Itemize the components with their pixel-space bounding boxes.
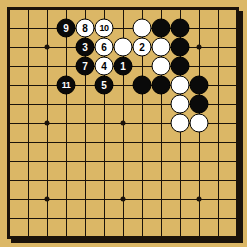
move-number-label: 2	[139, 42, 145, 52]
stone-black[interactable]	[171, 38, 190, 57]
star-point	[197, 45, 202, 50]
stone-white[interactable]	[152, 38, 171, 57]
stone-white-move-2[interactable]: 2	[133, 38, 152, 57]
stone-white[interactable]	[133, 19, 152, 38]
stone-black[interactable]	[171, 57, 190, 76]
stone-black-move-11[interactable]: 11	[57, 76, 76, 95]
stone-white[interactable]	[152, 57, 171, 76]
stone-white[interactable]	[190, 114, 209, 133]
stone-black[interactable]	[133, 76, 152, 95]
stone-white-move-10[interactable]: 10	[95, 19, 114, 38]
stone-white[interactable]	[171, 95, 190, 114]
board-shadow-bottom	[11, 239, 243, 243]
star-point	[45, 121, 50, 126]
stone-black[interactable]	[190, 76, 209, 95]
move-number-label: 4	[101, 61, 107, 71]
go-diagram: 9810362741115	[0, 0, 247, 247]
board-shadow-right	[239, 11, 243, 243]
stone-black-move-1[interactable]: 1	[114, 57, 133, 76]
star-point	[121, 121, 126, 126]
move-number-label: 7	[82, 61, 88, 71]
stone-black-move-5[interactable]: 5	[95, 76, 114, 95]
move-number-label: 8	[82, 23, 88, 33]
stone-white[interactable]	[171, 114, 190, 133]
star-point	[121, 197, 126, 202]
move-number-label: 5	[101, 80, 107, 90]
move-number-label: 11	[62, 81, 71, 90]
stone-black[interactable]	[171, 19, 190, 38]
move-number-label: 3	[82, 42, 88, 52]
stone-black[interactable]	[152, 19, 171, 38]
stone-black-move-7[interactable]: 7	[76, 57, 95, 76]
star-point	[45, 197, 50, 202]
stone-black-move-3[interactable]: 3	[76, 38, 95, 57]
move-number-label: 10	[99, 24, 108, 33]
move-number-label: 9	[63, 23, 69, 33]
move-number-label: 6	[101, 42, 107, 52]
stone-white[interactable]	[171, 76, 190, 95]
stone-black-move-9[interactable]: 9	[57, 19, 76, 38]
stone-black[interactable]	[190, 95, 209, 114]
stone-white-move-4[interactable]: 4	[95, 57, 114, 76]
stone-white-move-8[interactable]: 8	[76, 19, 95, 38]
star-point	[197, 197, 202, 202]
go-board[interactable]: 9810362741115	[0, 0, 247, 247]
stone-black[interactable]	[152, 76, 171, 95]
move-number-label: 1	[120, 61, 126, 71]
star-point	[45, 45, 50, 50]
stone-white-move-6[interactable]: 6	[95, 38, 114, 57]
stone-white[interactable]	[114, 38, 133, 57]
